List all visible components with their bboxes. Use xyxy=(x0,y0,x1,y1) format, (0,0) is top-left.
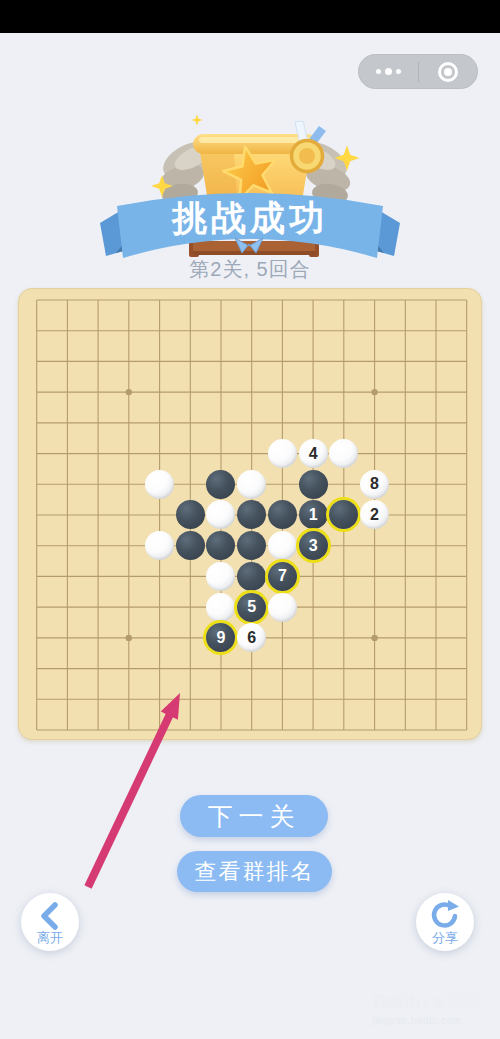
stone-white-c11r7-move2: 2 xyxy=(360,500,389,529)
leave-button[interactable]: 离开 xyxy=(21,893,79,951)
stone-black-c9r7-move1: 1 xyxy=(299,500,328,529)
status-bar xyxy=(0,0,500,33)
stones-layer: 481237596 xyxy=(19,289,481,739)
stone-white-c7r6 xyxy=(237,470,266,499)
watermark-brand-cn: 经验 xyxy=(450,992,482,1013)
watermark: Baidu 经验 jingyan.baidu.com xyxy=(372,991,482,1026)
stone-black-c7r10-move5: 5 xyxy=(237,593,266,622)
stone-white-c9r5-move4: 4 xyxy=(299,439,328,468)
stone-black-c9r8-move3: 3 xyxy=(299,531,328,560)
next-level-button[interactable]: 下一关 xyxy=(180,795,328,837)
stone-white-c10r5 xyxy=(329,439,358,468)
level-round-subtitle: 第2关, 5回合 xyxy=(0,256,500,283)
target-icon[interactable] xyxy=(419,62,478,82)
stone-white-c4r6 xyxy=(145,470,174,499)
stone-black-c6r6 xyxy=(206,470,235,499)
share-button[interactable]: 分享 xyxy=(416,893,474,951)
stone-black-c7r9 xyxy=(237,562,266,591)
stone-black-c10r7 xyxy=(329,500,358,529)
stone-white-c6r7 xyxy=(206,500,235,529)
stone-white-c8r8 xyxy=(268,531,297,560)
stone-white-c7r11-move6: 6 xyxy=(237,623,266,652)
leave-label: 离开 xyxy=(21,929,79,947)
watermark-url: jingyan.baidu.com xyxy=(372,1015,482,1026)
share-icon xyxy=(428,900,462,930)
stone-black-c5r7 xyxy=(176,500,205,529)
stone-black-c7r7 xyxy=(237,500,266,529)
watermark-brand: Baidu xyxy=(372,991,428,1014)
back-chevron-icon xyxy=(36,900,64,932)
banner-title: 挑战成功 xyxy=(171,198,328,237)
mini-program-capsule xyxy=(358,54,478,89)
stone-white-c6r9 xyxy=(206,562,235,591)
stone-black-c8r7 xyxy=(268,500,297,529)
gomoku-board: 481237596 xyxy=(18,288,482,740)
stone-black-c6r8 xyxy=(206,531,235,560)
stone-white-c8r5 xyxy=(268,439,297,468)
more-dots-icon[interactable] xyxy=(359,68,418,75)
stone-white-c8r10 xyxy=(268,593,297,622)
stone-white-c6r10 xyxy=(206,593,235,622)
share-label: 分享 xyxy=(416,929,474,947)
stone-white-c4r8 xyxy=(145,531,174,560)
group-ranking-button[interactable]: 查看群排名 xyxy=(177,851,332,892)
stone-white-c11r6-move8: 8 xyxy=(360,470,389,499)
stone-black-c9r6 xyxy=(299,470,328,499)
app-screen: 挑战成功 第2关, 5回合 481237596 下一关 查看群排名 离开 分享 … xyxy=(0,0,500,1039)
stone-black-c8r9-move7: 7 xyxy=(268,562,297,591)
medal-icon xyxy=(292,121,327,172)
stone-black-c6r11-move9: 9 xyxy=(206,623,235,652)
stone-black-c5r8 xyxy=(176,531,205,560)
stone-black-c7r8 xyxy=(237,531,266,560)
paw-icon xyxy=(431,995,447,1011)
